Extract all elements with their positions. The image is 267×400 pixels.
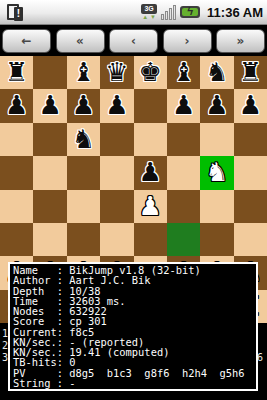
square-b5[interactable] xyxy=(33,156,66,189)
square-g3[interactable] xyxy=(200,223,233,256)
square-g6[interactable] xyxy=(200,123,233,156)
square-d3[interactable] xyxy=(100,223,133,256)
piece-black-pawn[interactable]: ♟ xyxy=(100,89,133,122)
square-a8[interactable]: ♜ xyxy=(0,56,33,89)
square-h4[interactable] xyxy=(234,190,267,223)
status-bar-right: 3G ▲ ▼ ϟ 11:36 AM xyxy=(141,4,267,20)
piece-white-pawn[interactable]: ♟ xyxy=(134,190,167,223)
piece-black-rook[interactable]: ♜ xyxy=(234,56,267,89)
square-c7[interactable]: ♟ xyxy=(67,89,100,122)
square-b6[interactable] xyxy=(33,123,66,156)
square-d5[interactable] xyxy=(100,156,133,189)
app-screen: ! 3G ▲ ▼ ϟ 11:36 AM ← « ‹ › » xyxy=(0,0,267,400)
square-c3[interactable] xyxy=(67,223,100,256)
next-move-button[interactable]: › xyxy=(163,29,212,53)
clock-time: 11:36 AM xyxy=(207,5,263,20)
piece-black-pawn[interactable]: ♟ xyxy=(67,89,100,122)
square-a3[interactable] xyxy=(0,223,33,256)
prev-move-button[interactable]: ‹ xyxy=(109,29,158,53)
engine-info-row: String : - xyxy=(13,378,253,388)
square-g4[interactable] xyxy=(200,190,233,223)
square-d6[interactable] xyxy=(100,123,133,156)
move-nav-toolbar: ← « ‹ › » xyxy=(0,29,267,54)
square-e8[interactable]: ♚ xyxy=(134,56,167,89)
piece-black-pawn[interactable]: ♟ xyxy=(0,89,33,122)
3g-data-icon: 3G ▲ ▼ xyxy=(141,4,157,20)
sdcard-exclamation: ! xyxy=(14,7,23,21)
square-a5[interactable] xyxy=(0,156,33,189)
engine-info-row: Author : Aart J.C. Bik xyxy=(13,275,253,285)
square-d8[interactable]: ♛ xyxy=(100,56,133,89)
square-c5[interactable] xyxy=(67,156,100,189)
square-e5[interactable]: ♟ xyxy=(134,156,167,189)
piece-white-knight[interactable]: ♞ xyxy=(200,156,233,189)
square-b3[interactable] xyxy=(33,223,66,256)
signal-strength-icon xyxy=(161,4,176,20)
square-f5[interactable] xyxy=(167,156,200,189)
square-b8[interactable] xyxy=(33,56,66,89)
square-c4[interactable] xyxy=(67,190,100,223)
square-e3[interactable] xyxy=(134,223,167,256)
sdcard-warning-icon: ! xyxy=(7,3,23,21)
piece-black-pawn[interactable]: ♟ xyxy=(33,89,66,122)
square-h8[interactable]: ♜ xyxy=(234,56,267,89)
piece-black-knight[interactable]: ♞ xyxy=(67,123,100,156)
data-up-arrow-icon: ▲ xyxy=(142,14,148,20)
square-e4[interactable]: ♟ xyxy=(134,190,167,223)
back-button[interactable]: ← xyxy=(2,29,51,53)
square-h6[interactable] xyxy=(234,123,267,156)
square-h5[interactable] xyxy=(234,156,267,189)
piece-black-pawn[interactable]: ♟ xyxy=(134,156,167,189)
piece-black-pawn[interactable]: ♟ xyxy=(234,89,267,122)
piece-black-bishop[interactable]: ♝ xyxy=(167,56,200,89)
square-f7[interactable]: ♟ xyxy=(167,89,200,122)
square-d7[interactable]: ♟ xyxy=(100,89,133,122)
piece-black-bishop[interactable]: ♝ xyxy=(67,56,100,89)
square-e7[interactable] xyxy=(134,89,167,122)
square-e6[interactable] xyxy=(134,123,167,156)
battery-charging-icon: ϟ xyxy=(180,6,200,18)
square-a7[interactable]: ♟ xyxy=(0,89,33,122)
square-g7[interactable]: ♟ xyxy=(200,89,233,122)
square-h3[interactable] xyxy=(234,223,267,256)
piece-black-pawn[interactable]: ♟ xyxy=(167,89,200,122)
square-f6[interactable] xyxy=(167,123,200,156)
square-a4[interactable] xyxy=(0,190,33,223)
square-f8[interactable]: ♝ xyxy=(167,56,200,89)
first-move-button[interactable]: « xyxy=(56,29,105,53)
engine-info-row: TB-hits: 0 xyxy=(13,357,253,367)
piece-black-queen[interactable]: ♛ xyxy=(100,56,133,89)
charging-bolt-icon: ϟ xyxy=(180,5,200,18)
square-g5[interactable]: ♞ xyxy=(200,156,233,189)
square-h7[interactable]: ♟ xyxy=(234,89,267,122)
piece-black-pawn[interactable]: ♟ xyxy=(200,89,233,122)
engine-info-row: Score : cp 301 xyxy=(13,316,253,326)
engine-info-panel[interactable]: Name : BikJump v1.8 (32-bit)Author : Aar… xyxy=(8,262,258,391)
square-b4[interactable] xyxy=(33,190,66,223)
square-g8[interactable]: ♞ xyxy=(200,56,233,89)
square-c8[interactable]: ♝ xyxy=(67,56,100,89)
square-f4[interactable] xyxy=(167,190,200,223)
piece-black-rook[interactable]: ♜ xyxy=(0,56,33,89)
piece-black-king[interactable]: ♚ xyxy=(134,56,167,89)
last-move-button[interactable]: » xyxy=(216,29,265,53)
square-c6[interactable]: ♞ xyxy=(67,123,100,156)
square-d4[interactable] xyxy=(100,190,133,223)
square-a6[interactable] xyxy=(0,123,33,156)
square-b7[interactable]: ♟ xyxy=(33,89,66,122)
piece-black-knight[interactable]: ♞ xyxy=(200,56,233,89)
data-down-arrow-icon: ▼ xyxy=(150,14,156,20)
status-bar: ! 3G ▲ ▼ ϟ 11:36 AM xyxy=(0,0,267,25)
square-f3[interactable] xyxy=(167,223,200,256)
